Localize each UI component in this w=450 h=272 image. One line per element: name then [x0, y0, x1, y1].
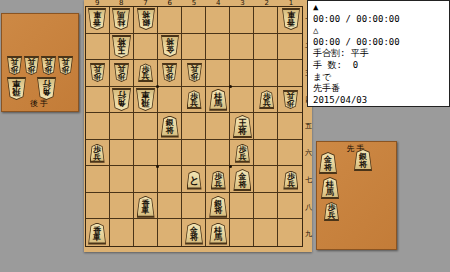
piece-kanji: と	[189, 176, 199, 186]
info-line: △	[313, 25, 449, 37]
info-line: 00:00 / 00:00:00	[313, 37, 449, 49]
piece-kanji: 銀 将	[142, 11, 150, 26]
shogi-piece-金将-37-sente[interactable]: 金 将	[233, 169, 251, 191]
board-square-86[interactable]	[110, 140, 134, 167]
board-square-89[interactable]	[110, 219, 134, 246]
board-square-21[interactable]	[254, 7, 278, 34]
piece-kanji: 歩 兵	[93, 146, 101, 161]
rank-label: 九	[304, 220, 313, 247]
piece-face: 玉 将	[113, 37, 130, 57]
board-square-34[interactable]	[230, 87, 254, 114]
piece-face: 歩 兵	[8, 58, 21, 74]
board-square-25[interactable]	[254, 113, 278, 140]
piece-face: 歩 兵	[59, 58, 72, 74]
board-square-23[interactable]	[254, 60, 278, 87]
piece-kanji: 金 将	[190, 227, 198, 242]
piece-kanji: 歩 兵	[166, 65, 174, 80]
shogi-piece-飛車-74-gote[interactable]: 飛 車	[136, 88, 155, 111]
star-point-icon	[156, 85, 159, 88]
board-square-61[interactable]	[158, 7, 182, 34]
piece-face: 香 車	[138, 197, 154, 216]
piece-kanji: 角 行	[117, 91, 126, 107]
piece-face: 歩 兵	[91, 65, 104, 81]
shogi-piece-桂馬-44-sente[interactable]: 桂 馬	[209, 89, 227, 111]
board-square-45[interactable]	[206, 113, 230, 140]
board-square-33[interactable]	[230, 60, 254, 87]
info-line: ▲	[313, 2, 449, 14]
gote-hand-tray: 後手 歩 兵歩 兵歩 兵歩 兵飛 車角 行	[1, 13, 79, 112]
piece-face: 歩 兵	[260, 91, 273, 107]
board-square-88[interactable]	[110, 193, 134, 220]
shogi-piece-銀将-65-sente[interactable]: 銀 将	[161, 116, 179, 138]
shogi-app-window: 後手 歩 兵歩 兵歩 兵歩 兵飛 車角 行 987654321 一二三四五六七八…	[0, 0, 450, 272]
shogi-piece-歩兵-gote[interactable]: 歩 兵	[24, 56, 39, 75]
piece-kanji: 歩 兵	[190, 93, 198, 108]
piece-face: 香 車	[89, 224, 105, 243]
shogi-piece-香車-78-sente[interactable]: 香 車	[137, 196, 155, 218]
piece-face: 金 将	[234, 170, 250, 189]
piece-face: 角 行	[38, 79, 55, 99]
board-square-76[interactable]	[134, 140, 158, 167]
board-square-16[interactable]	[278, 140, 302, 167]
board-square-13[interactable]	[278, 60, 302, 87]
rank-label: 七	[304, 167, 313, 194]
piece-kanji: 歩 兵	[263, 93, 271, 108]
shogi-piece-桂馬-49-sente[interactable]: 桂 馬	[209, 223, 227, 245]
shogi-piece-歩兵-gote[interactable]: 歩 兵	[7, 56, 22, 75]
board-square-79[interactable]	[134, 219, 158, 246]
rank-label: 五	[304, 113, 313, 140]
sente-hand-tray: 先手 金 将銀 将桂 馬歩 兵	[316, 141, 397, 250]
board-square-32[interactable]	[230, 34, 254, 61]
board-square-55[interactable]	[182, 113, 206, 140]
board-square-58[interactable]	[182, 193, 206, 220]
board-square-38[interactable]	[230, 193, 254, 220]
board-square-41[interactable]	[206, 7, 230, 34]
board-square-42[interactable]	[206, 34, 230, 61]
piece-face: 銀 将	[138, 10, 154, 29]
board-square-19[interactable]	[278, 219, 302, 246]
piece-face: 歩 兵	[188, 65, 201, 81]
piece-face: 歩 兵	[25, 58, 38, 74]
board-square-75[interactable]	[134, 113, 158, 140]
board-square-31[interactable]	[230, 7, 254, 34]
board-square-43[interactable]	[206, 60, 230, 87]
shogi-piece-銀将-48-sente[interactable]: 銀 将	[209, 196, 227, 218]
rank-label: 八	[304, 193, 313, 220]
board-square-69[interactable]	[158, 219, 182, 246]
piece-kanji: 金 将	[324, 156, 332, 171]
piece-kanji: 銀 将	[214, 200, 222, 215]
piece-face: と	[188, 172, 201, 188]
board-square-12[interactable]	[278, 34, 302, 61]
piece-face: 歩 兵	[212, 172, 225, 188]
piece-face: 歩 兵	[42, 58, 55, 74]
board-square-72[interactable]	[134, 34, 158, 61]
piece-face: 歩 兵	[236, 145, 249, 161]
piece-face: 歩 兵	[91, 145, 104, 161]
board-square-68[interactable]	[158, 193, 182, 220]
piece-kanji: 歩 兵	[28, 57, 36, 72]
piece-face: 桂 馬	[322, 178, 338, 197]
shogi-piece-角行-84-gote[interactable]: 角 行	[112, 88, 131, 111]
board-square-28[interactable]	[254, 193, 278, 220]
board-square-85[interactable]	[110, 113, 134, 140]
piece-kanji: 歩 兵	[142, 66, 150, 81]
piece-face: 桂 馬	[113, 10, 129, 29]
shogi-piece-と-57-sente[interactable]: と	[187, 171, 202, 190]
shogi-piece-歩兵-gote[interactable]: 歩 兵	[58, 56, 73, 75]
board-square-64[interactable]	[158, 87, 182, 114]
shogi-piece-歩兵-47-sente[interactable]: 歩 兵	[211, 171, 226, 190]
star-point-icon	[229, 85, 232, 88]
piece-face: 歩 兵	[188, 91, 201, 107]
info-line: 00:00 / 00:00:00	[313, 14, 449, 26]
board-square-51[interactable]	[182, 7, 206, 34]
gote-tray-label: 後手	[1, 98, 79, 109]
shogi-piece-金将-sente[interactable]: 金 将	[319, 152, 337, 174]
piece-face: 歩 兵	[325, 203, 338, 219]
piece-kanji: 桂 馬	[214, 227, 222, 242]
board-square-15[interactable]	[278, 113, 302, 140]
board-square-46[interactable]	[206, 140, 230, 167]
shogi-piece-飛車-gote[interactable]: 飛 車	[7, 77, 26, 100]
piece-kanji: 歩 兵	[190, 65, 198, 80]
shogi-piece-香車-11-gote[interactable]: 香 車	[282, 8, 300, 30]
board-square-27[interactable]	[254, 166, 278, 193]
piece-kanji: 桂 馬	[214, 93, 222, 108]
shogi-piece-歩兵-sente[interactable]: 歩 兵	[324, 202, 339, 221]
board-square-92[interactable]	[86, 34, 110, 61]
piece-face: 金 将	[162, 37, 178, 56]
piece-kanji: 玉 将	[117, 38, 126, 54]
board-square-87[interactable]	[110, 166, 134, 193]
piece-face: 歩 兵	[115, 65, 128, 81]
shogi-piece-歩兵-73-sente[interactable]: 歩 兵	[138, 63, 153, 82]
piece-kanji: 歩 兵	[287, 173, 295, 188]
piece-kanji: 飛 車	[12, 80, 21, 96]
piece-face: 桂 馬	[210, 90, 226, 109]
info-line: 手 数: 0	[313, 60, 449, 72]
shogi-piece-歩兵-54-sente[interactable]: 歩 兵	[187, 90, 202, 109]
piece-face: 歩 兵	[139, 64, 152, 80]
piece-kanji: 歩 兵	[238, 146, 246, 161]
piece-face: 金 将	[320, 153, 336, 172]
game-info-panel: ▲00:00 / 00:00:00△00:00 / 00:00:00手合割: 平…	[307, 0, 450, 107]
piece-kanji: 桂 馬	[117, 11, 125, 26]
info-line: まで	[313, 72, 449, 84]
board-square-95[interactable]	[86, 113, 110, 140]
shogi-piece-玉将-82-gote[interactable]: 玉 将	[112, 35, 131, 58]
piece-kanji: 香 車	[287, 11, 295, 26]
piece-kanji: 香 車	[93, 11, 101, 26]
shogi-piece-金将-59-sente[interactable]: 金 将	[185, 223, 203, 245]
piece-kanji: 銀 将	[359, 153, 367, 168]
piece-kanji: 歩 兵	[11, 57, 19, 72]
board-square-18[interactable]	[278, 193, 302, 220]
shogi-piece-香車-91-gote[interactable]: 香 車	[88, 8, 106, 30]
piece-kanji: 歩 兵	[117, 65, 125, 80]
board-square-94[interactable]	[86, 87, 110, 114]
shogi-piece-歩兵-17-sente[interactable]: 歩 兵	[283, 171, 298, 190]
piece-kanji: 角 行	[42, 80, 51, 96]
piece-face: 歩 兵	[284, 172, 297, 188]
piece-kanji: 香 車	[93, 227, 101, 242]
piece-kanji: 歩 兵	[214, 173, 222, 188]
info-line: 手合割: 平手	[313, 48, 449, 60]
piece-kanji: 金 将	[238, 173, 246, 188]
piece-kanji: 銀 将	[166, 119, 174, 134]
piece-face: 飛 車	[8, 79, 25, 99]
info-line: 2015/04/03	[313, 95, 449, 107]
rank-label: 六	[304, 140, 313, 167]
board-square-26[interactable]	[254, 140, 278, 167]
piece-kanji: 歩 兵	[93, 65, 101, 80]
piece-kanji: 王 将	[238, 119, 247, 135]
piece-kanji: 歩 兵	[328, 204, 336, 219]
piece-face: 歩 兵	[284, 92, 297, 108]
board-square-52[interactable]	[182, 34, 206, 61]
piece-face: 飛 車	[137, 90, 154, 110]
info-line: 先手番	[313, 83, 449, 95]
board-square-22[interactable]	[254, 34, 278, 61]
piece-face: 銀 将	[162, 117, 178, 136]
shogi-piece-歩兵-gote[interactable]: 歩 兵	[41, 56, 56, 75]
piece-face: 角 行	[113, 90, 130, 110]
piece-kanji: 歩 兵	[45, 57, 53, 72]
shogi-piece-王将-35-sente[interactable]: 王 将	[233, 115, 252, 138]
piece-face: 桂 馬	[210, 224, 226, 243]
piece-kanji: 歩 兵	[62, 57, 70, 72]
board-square-29[interactable]	[254, 219, 278, 246]
board-square-97[interactable]	[86, 166, 110, 193]
piece-face: 歩 兵	[163, 65, 176, 81]
shogi-board: 987654321 一二三四五六七八九 香 車桂 馬銀 将香 車玉 将金 将歩 …	[84, 0, 312, 252]
piece-face: 金 将	[186, 224, 202, 243]
shogi-piece-歩兵-36-sente[interactable]: 歩 兵	[235, 144, 250, 163]
piece-kanji: 金 将	[166, 38, 174, 53]
piece-face: 銀 将	[355, 150, 371, 169]
shogi-piece-歩兵-24-sente[interactable]: 歩 兵	[259, 90, 274, 109]
shogi-piece-香車-99-sente[interactable]: 香 車	[88, 223, 106, 245]
shogi-piece-角行-gote[interactable]: 角 行	[37, 77, 56, 100]
piece-kanji: 香 車	[142, 200, 150, 215]
shogi-piece-桂馬-sente[interactable]: 桂 馬	[321, 177, 339, 199]
piece-kanji: 飛 車	[141, 91, 150, 107]
shogi-piece-歩兵-96-sente[interactable]: 歩 兵	[90, 144, 105, 163]
board-square-98[interactable]	[86, 193, 110, 220]
shogi-piece-銀将-sente[interactable]: 銀 将	[354, 149, 372, 171]
piece-face: 王 将	[234, 116, 251, 136]
piece-face: 香 車	[89, 10, 105, 29]
board-square-66[interactable]	[158, 140, 182, 167]
board-square-67[interactable]	[158, 166, 182, 193]
piece-face: 銀 将	[210, 197, 226, 216]
piece-kanji: 歩 兵	[287, 92, 295, 107]
board-square-39[interactable]	[230, 219, 254, 246]
piece-face: 香 車	[283, 10, 299, 29]
board-square-56[interactable]	[182, 140, 206, 167]
board-square-77[interactable]	[134, 166, 158, 193]
piece-kanji: 桂 馬	[326, 181, 334, 196]
star-point-icon	[229, 165, 232, 168]
